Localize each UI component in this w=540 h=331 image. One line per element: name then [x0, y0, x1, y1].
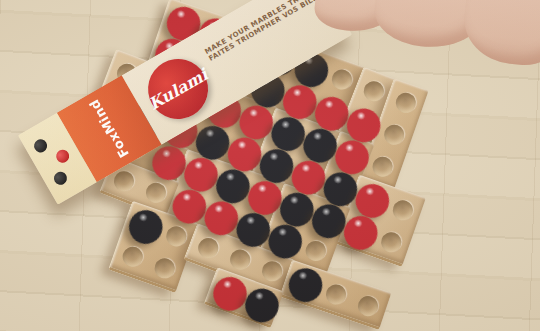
- kulami-logo: Kulami: [137, 48, 219, 130]
- empty-hole[interactable]: [195, 235, 221, 261]
- empty-hole[interactable]: [120, 244, 146, 270]
- empty-hole[interactable]: [152, 256, 178, 282]
- empty-hole[interactable]: [393, 90, 419, 116]
- empty-hole[interactable]: [163, 224, 189, 250]
- finger: [460, 0, 540, 69]
- table-surface: ●●●●●●●●●●●●●●●●●●●●●●●●●●●●●●●●●●●●●●●●…: [0, 0, 540, 331]
- kulami-logo-label: Kulami: [145, 65, 210, 114]
- empty-hole[interactable]: [378, 229, 404, 255]
- empty-hole[interactable]: [355, 293, 381, 319]
- empty-hole[interactable]: [323, 282, 349, 308]
- foxmind-brand-label: FoxMind: [86, 97, 132, 161]
- empty-hole[interactable]: [111, 168, 137, 194]
- empty-hole[interactable]: [390, 197, 416, 223]
- empty-hole[interactable]: [381, 122, 407, 148]
